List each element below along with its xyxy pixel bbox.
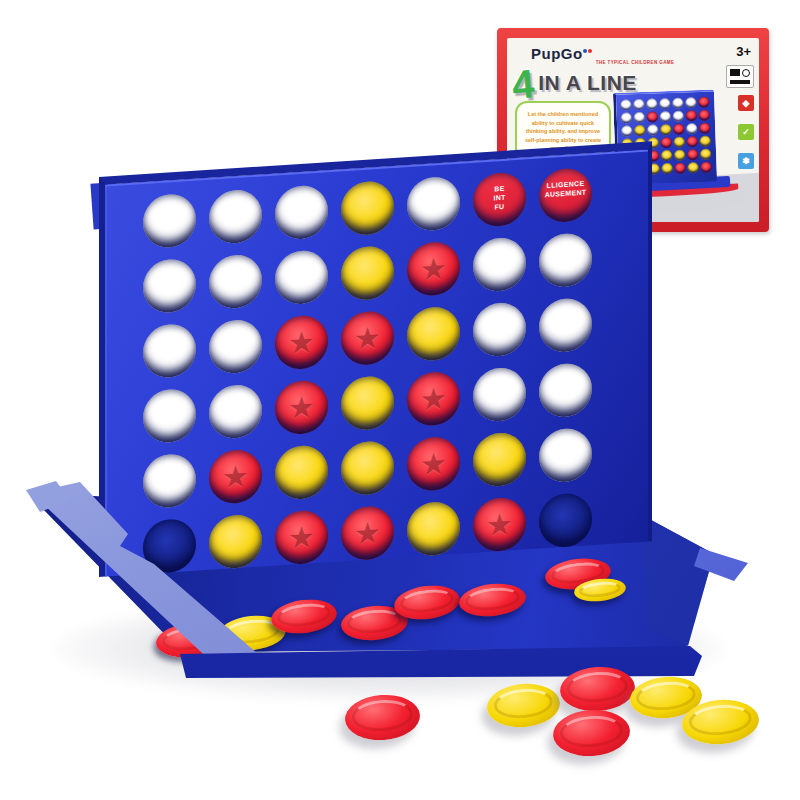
star-emboss-icon: ★ [341, 310, 394, 366]
mini-dot [687, 149, 698, 160]
mini-dot [634, 112, 645, 123]
board-cell-r2c7 [539, 232, 592, 288]
star-emboss-icon: ★ [209, 448, 262, 504]
mini-dot [699, 110, 710, 121]
warning-shape [730, 80, 750, 84]
board-cell-r3c4: ★ [341, 310, 394, 366]
star-emboss-icon: ★ [473, 496, 526, 552]
board-cell-r2c3 [275, 249, 328, 305]
board-cell-r2c2 [209, 253, 262, 309]
disc-ring [351, 698, 414, 733]
board-cell-r6c4: ★ [341, 505, 394, 561]
board-cell-r1c1 [143, 193, 196, 249]
disc-ring [688, 703, 754, 738]
warning-shape [742, 69, 750, 77]
board-cell-r5c7 [539, 427, 592, 483]
cert-icons: ◈✓✽ [738, 95, 755, 182]
board-cell-r4c5: ★ [407, 371, 460, 427]
disc-ring [559, 713, 624, 749]
mini-dot [700, 149, 711, 160]
mini-dot [621, 112, 632, 123]
banner-text-fragment: BEINTFU [473, 171, 526, 227]
board-cell-r4c2 [209, 383, 262, 439]
green-seal-icon: ✓ [738, 124, 754, 140]
mini-dot [647, 124, 658, 135]
loose-disc-red [551, 707, 631, 758]
board-cell-r3c1 [143, 323, 196, 379]
mini-dot [660, 124, 671, 135]
mini-dot [685, 97, 696, 108]
board-cell-r1c7: LLIGENCEAUSEMENT [539, 167, 592, 223]
board-cell-r5c1 [143, 453, 196, 509]
mini-dot [674, 136, 685, 147]
mini-dot [620, 99, 631, 110]
mini-dot [687, 162, 698, 173]
board-cell-r1c3 [275, 184, 328, 240]
warning-shape [730, 69, 740, 76]
board-cell-r2c4 [341, 245, 394, 301]
board-cell-r6c5 [407, 501, 460, 557]
board-cell-r5c3 [275, 444, 328, 500]
board-cell-r3c7 [539, 297, 592, 353]
board-cell-r1c6: BEINTFU [473, 171, 526, 227]
board-cell-r6c2 [209, 513, 262, 569]
disc-ring [635, 679, 696, 712]
mini-dot [634, 125, 645, 136]
mini-dot [698, 97, 709, 108]
mini-dot [700, 162, 711, 173]
mini-dot [661, 163, 672, 174]
star-emboss-icon: ★ [407, 241, 460, 297]
board-cell-r3c5 [407, 306, 460, 362]
board-cell-r6c6: ★ [473, 496, 526, 552]
board-cell-r2c1 [143, 258, 196, 314]
board-cell-r4c6 [473, 366, 526, 422]
board-grid: BEINTFULLIGENCEAUSEMENT★★★★★★★★★★ [105, 149, 648, 576]
board-cell-r1c4 [341, 180, 394, 236]
board-cell-r1c2 [209, 188, 262, 244]
star-emboss-icon: ★ [407, 436, 460, 492]
star-emboss-icon: ★ [275, 509, 328, 565]
board-cell-r5c5: ★ [407, 436, 460, 492]
board-cell-r5c4 [341, 440, 394, 496]
board-cell-r2c5: ★ [407, 241, 460, 297]
board-cell-r3c6 [473, 301, 526, 357]
mini-dot [673, 111, 684, 122]
product-photo: PupGo THE TYPICAL CHILDREN GAME 3+ 4IN A… [0, 0, 800, 800]
star-emboss-icon: ★ [407, 371, 460, 427]
board-cell-r5c2: ★ [209, 448, 262, 504]
star-emboss-icon: ★ [275, 379, 328, 435]
title-text: IN A LINE [538, 71, 637, 95]
mini-dot [674, 149, 685, 160]
red-seal-icon: ◈ [738, 95, 754, 111]
board-cell-r2c6 [473, 236, 526, 292]
board-cell-r4c1 [143, 388, 196, 444]
banner-text-fragment: LLIGENCEAUSEMENT [539, 167, 592, 223]
mini-dot [686, 123, 697, 134]
mini-dot [672, 98, 683, 109]
trademark-dot-red-icon [588, 49, 592, 53]
board-cell-r3c2 [209, 318, 262, 374]
mini-dot [633, 99, 644, 110]
mini-dot [674, 162, 685, 173]
mini-dot [686, 110, 697, 121]
loose-disc-yellow [680, 697, 761, 748]
mini-dot [699, 123, 710, 134]
board-cell-r6c3: ★ [275, 509, 328, 565]
star-emboss-icon: ★ [341, 505, 394, 561]
board-cell-r4c3: ★ [275, 379, 328, 435]
board-cell-r6c7 [539, 492, 592, 548]
mini-dot [699, 136, 710, 147]
board-cell-r3c3: ★ [275, 314, 328, 370]
mini-dot [687, 136, 698, 147]
mini-dot [673, 123, 684, 134]
mini-dot [621, 125, 632, 136]
mini-dot [659, 98, 670, 109]
warning-chip-icon [726, 65, 754, 88]
mini-dot [661, 137, 672, 148]
board-cell-r5c6 [473, 431, 526, 487]
blue-seal-icon: ✽ [738, 153, 754, 169]
game-board: BEINTFULLIGENCEAUSEMENT★★★★★★★★★★ [99, 141, 652, 577]
board-cell-r4c4 [341, 375, 394, 431]
mini-dot [647, 111, 658, 122]
board-cell-r1c5 [407, 176, 460, 232]
trademark-dot-blue-icon [583, 49, 587, 53]
mini-dot [646, 98, 657, 109]
board-cell-r4c7 [539, 362, 592, 418]
mini-dot [661, 150, 672, 161]
age-badge: 3+ [736, 44, 751, 59]
star-emboss-icon: ★ [275, 314, 328, 370]
mini-dot [660, 111, 671, 122]
